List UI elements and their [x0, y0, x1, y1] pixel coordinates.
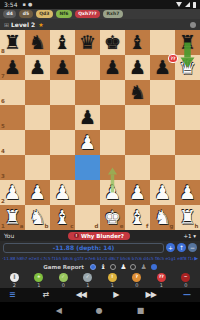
white-pawn-g2: ♟	[154, 183, 171, 202]
black-queen-d8: ♛	[79, 33, 96, 52]
white-bishop-f1: ♝	[129, 208, 146, 227]
best-moves-badge: ★1	[34, 273, 43, 288]
battery-icon	[193, 2, 196, 8]
report-option-radio[interactable]	[130, 264, 136, 270]
ok-moves-badge-icon: ✓	[83, 273, 92, 282]
square-d4[interactable]: ♟	[75, 130, 100, 155]
square-b1[interactable]: ♞b	[25, 205, 50, 230]
file-label-b: b	[45, 224, 49, 230]
evaluation-row: -11.88 (depth: 14) +↑−	[0, 241, 200, 254]
new-game-icon[interactable]: ⇄	[43, 291, 49, 299]
move-chip-qd3[interactable]: Qd3	[36, 10, 53, 17]
menu-icon[interactable]: ≡	[9, 291, 16, 299]
black-king-e8: ♚	[104, 33, 121, 52]
square-a3[interactable]: 3	[0, 155, 25, 180]
rank-label-7: 7	[1, 74, 5, 80]
file-label-g: g	[170, 224, 174, 230]
best-moves-badge-icon: ★	[34, 273, 43, 282]
move-counter-dropdown[interactable]: +1 ▾	[183, 233, 196, 239]
white-pawn-h2: ♟	[179, 183, 196, 202]
ok-moves-badge: ✓1	[83, 273, 92, 288]
square-d7[interactable]	[75, 55, 100, 80]
file-label-f: f	[146, 224, 148, 230]
square-d3[interactable]	[75, 155, 100, 180]
move-chips-row: d4d5Qd3Nf6Qxh7??Rxh7	[0, 9, 200, 19]
black-knight-b8: ♞	[29, 33, 46, 52]
report-option-radio[interactable]	[110, 264, 116, 270]
evaluation-box: -11.88 (depth: 14)	[3, 243, 164, 253]
rank-label-2: 2	[1, 199, 5, 205]
black-rook-a8: ♜	[4, 33, 21, 52]
gray-pawn-option-icon: ♟	[140, 264, 146, 271]
engine-level-label: Level 2	[11, 21, 35, 28]
square-g2[interactable]: ♟	[150, 180, 175, 205]
square-d8[interactable]: ♛	[75, 30, 100, 55]
board-grid-icon: ⊞	[4, 21, 9, 28]
missed-win-badge-icon: −	[181, 273, 190, 282]
square-a1[interactable]: ♜1a	[0, 205, 25, 230]
white-pawn-a2: ♟	[4, 183, 21, 202]
book-moves-badge-count: 2	[13, 283, 16, 288]
mistake-badge: ?0	[132, 273, 141, 288]
move-chip-nf6[interactable]: Nf6	[56, 10, 72, 17]
square-c3[interactable]	[50, 155, 75, 180]
book-moves-badge-icon: ‖	[10, 273, 19, 282]
square-a4[interactable]: 4	[0, 130, 25, 155]
report-option-selected-radio[interactable]	[90, 264, 96, 270]
white-pawn-b2: ♟	[29, 183, 46, 202]
square-d2[interactable]	[75, 180, 100, 205]
white-rook-h1: ♜	[179, 208, 196, 227]
rank-label-8: 8	[1, 49, 5, 55]
rank-label-6: 6	[1, 99, 5, 105]
pv-text: -11.88 h8h7 e2e3 c7c5 f1b5 b8c6 g1f3 e7e…	[2, 256, 193, 261]
engine-status-dot	[190, 22, 196, 28]
square-h7[interactable]: ♛	[175, 55, 200, 80]
square-b4[interactable]	[25, 130, 50, 155]
square-d6[interactable]	[75, 80, 100, 105]
square-g3[interactable]	[150, 155, 175, 180]
black-bishop-c8: ♝	[54, 33, 71, 52]
game-report-row: Game Report ♝♟♟	[0, 262, 200, 272]
black-pawn-f7: ♟	[129, 58, 146, 77]
white-pawn-c2: ♟	[54, 183, 71, 202]
ok-moves-badge-count: 1	[86, 283, 89, 288]
square-g1[interactable]: ♞g	[150, 205, 175, 230]
square-c4[interactable]	[50, 130, 75, 155]
black-pawn-c7: ♟	[54, 58, 71, 77]
square-e8[interactable]: ♚	[100, 30, 125, 55]
square-e3[interactable]	[100, 155, 125, 180]
square-c2[interactable]: ♟	[50, 180, 75, 205]
up-line-button[interactable]: ↑	[177, 243, 186, 252]
notification-dot-icon: ●	[28, 2, 32, 7]
square-f8[interactable]: ♝	[125, 30, 150, 55]
square-f3[interactable]	[125, 155, 150, 180]
move-chip-d4[interactable]: d4	[3, 10, 16, 17]
blunder-annotation-badge: ??	[168, 54, 178, 63]
good-moves-badge: ✓0	[59, 273, 68, 288]
remove-line-button[interactable]: −	[188, 243, 197, 252]
file-label-d: d	[95, 224, 99, 230]
wifi-icon	[176, 2, 182, 7]
square-b6[interactable]	[25, 80, 50, 105]
square-c6[interactable]	[50, 80, 75, 105]
inaccuracy-badge-count: 1	[111, 283, 114, 288]
blunder-badge-icon: ??	[157, 273, 166, 282]
square-a5[interactable]: 5	[0, 105, 25, 130]
move-chip-d5[interactable]: d5	[19, 10, 32, 17]
rewind-icon[interactable]: ◀◀	[76, 291, 86, 299]
move-class-badges-row: ‖2★1✓0✓1!1?0??1−0	[0, 272, 200, 288]
black-pawn-d5: ♟	[79, 108, 96, 127]
square-h8[interactable]: ♜	[175, 30, 200, 55]
file-label-c: c	[70, 224, 73, 230]
square-h1[interactable]: ♜h	[175, 205, 200, 230]
rank-label-5: 5	[1, 124, 5, 130]
file-label-e: e	[120, 224, 124, 230]
square-c7[interactable]: ♟	[50, 55, 75, 80]
hide-panel-icon[interactable]: —	[183, 291, 191, 299]
square-e1[interactable]: ♚e	[100, 205, 125, 230]
square-h3[interactable]	[175, 155, 200, 180]
square-g8[interactable]	[150, 30, 175, 55]
square-a7[interactable]: ♟7	[0, 55, 25, 80]
square-e5[interactable]	[100, 105, 125, 130]
app-window: 3:54 ▪ ● d4d5Qd3Nf6Qxh7??Rxh7 ⊞ Level 2 …	[0, 0, 200, 320]
square-c5[interactable]	[50, 105, 75, 130]
square-b8[interactable]: ♞	[25, 30, 50, 55]
pawn-option-icon: ♟	[120, 264, 126, 271]
mistake-badge-icon: ?	[132, 273, 141, 282]
white-pawn-f2: ♟	[129, 183, 146, 202]
chess-board-area: ♜8♞♝♛♚♝♜♟7♟♟♟♟♟♛6♞5♟4♟3♟2♟♟♟♟♟♟♜1a♞b♝cd♚…	[0, 30, 200, 230]
white-king-e1: ♚	[104, 208, 121, 227]
black-pawn-e7: ♟	[104, 58, 121, 77]
back-button[interactable]: ◀	[56, 307, 62, 315]
white-pawn-e2: ♟	[104, 183, 121, 202]
square-c8[interactable]: ♝	[50, 30, 75, 55]
why-blunder-button[interactable]: ! Why Blunder?	[68, 232, 130, 240]
black-pawn-a7: ♟	[4, 58, 21, 77]
game-report-label: Game Report	[43, 264, 84, 270]
app-toolbar: ≡⇄◀◀▶▶▶—	[0, 288, 200, 302]
blunder-badge: ??1	[157, 273, 166, 288]
square-h2[interactable]: ♟	[175, 180, 200, 205]
square-a2[interactable]: ♟2	[0, 180, 25, 205]
square-b5[interactable]	[25, 105, 50, 130]
square-g4[interactable]	[150, 130, 175, 155]
signal-icon	[185, 2, 190, 7]
missed-win-badge: −0	[181, 273, 190, 288]
move-chip-rxh7[interactable]: Rxh7	[103, 10, 123, 17]
black-rook-h8: ♜	[179, 33, 196, 52]
add-line-button[interactable]: +	[166, 243, 175, 252]
missed-win-badge-count: 0	[184, 283, 187, 288]
square-d1[interactable]: d	[75, 205, 100, 230]
fast-forward-icon[interactable]: ▶▶	[146, 291, 156, 299]
engine-row: ⊞ Level 2 ★	[0, 19, 200, 30]
file-label-a: a	[20, 224, 24, 230]
good-moves-badge-icon: ✓	[59, 273, 68, 282]
file-label-h: h	[195, 224, 199, 230]
square-f6[interactable]: ♞	[125, 80, 150, 105]
square-f5[interactable]	[125, 105, 150, 130]
pv-expand-icon[interactable]: ▶	[194, 255, 198, 261]
white-knight-b1: ♞	[29, 208, 46, 227]
status-time: 3:54	[4, 1, 17, 8]
home-button[interactable]: ●	[96, 307, 103, 315]
blunder-badge-count: 1	[160, 283, 163, 288]
recents-button[interactable]: ■	[137, 307, 145, 315]
black-knight-f6: ♞	[129, 83, 146, 102]
white-queen-h7: ♛	[179, 58, 196, 77]
play-icon[interactable]: ▶	[113, 291, 118, 299]
white-pawn-d4: ♟	[79, 133, 96, 152]
square-c1[interactable]: ♝c	[50, 205, 75, 230]
black-bishop-f8: ♝	[129, 33, 146, 52]
white-knight-g1: ♞	[154, 208, 171, 227]
square-e6[interactable]	[100, 80, 125, 105]
exclamation-icon: !	[74, 233, 79, 238]
square-f7[interactable]: ♟	[125, 55, 150, 80]
pv-row: -11.88 h8h7 e2e3 c7c5 f1b5 b8c6 g1f3 e7e…	[0, 254, 200, 262]
mistake-badge-count: 0	[135, 283, 138, 288]
white-piece-option-icon: ♝	[100, 264, 106, 271]
notification-icon: ▪	[22, 2, 25, 7]
player-row: You ! Why Blunder? +1 ▾	[0, 230, 200, 241]
square-e7[interactable]: ♟	[100, 55, 125, 80]
why-blunder-label: Why Blunder?	[81, 233, 124, 239]
square-f4[interactable]	[125, 130, 150, 155]
square-f2[interactable]: ♟	[125, 180, 150, 205]
rank-label-1: 1	[1, 224, 5, 230]
status-bar: 3:54 ▪ ●	[0, 0, 200, 9]
square-g5[interactable]	[150, 105, 175, 130]
trophy-icon: ★	[38, 21, 43, 28]
black-pawn-b7: ♟	[29, 58, 46, 77]
book-moves-badge: ‖2	[10, 273, 19, 288]
player-name: You	[4, 232, 14, 239]
square-h6[interactable]	[175, 80, 200, 105]
android-navbar: ◀ ● ■	[0, 302, 200, 320]
inaccuracy-badge-icon: !	[108, 273, 117, 282]
square-e4[interactable]	[100, 130, 125, 155]
square-e2[interactable]: ♟	[100, 180, 125, 205]
move-chip-qxh7[interactable]: Qxh7??	[75, 10, 100, 17]
square-b7[interactable]: ♟	[25, 55, 50, 80]
square-d5[interactable]: ♟	[75, 105, 100, 130]
square-h5[interactable]	[175, 105, 200, 130]
square-f1[interactable]: ♝f	[125, 205, 150, 230]
best-moves-badge-count: 1	[37, 283, 40, 288]
analyze-dot-icon[interactable]	[151, 264, 157, 270]
square-b2[interactable]: ♟	[25, 180, 50, 205]
square-b3[interactable]	[25, 155, 50, 180]
white-bishop-c1: ♝	[54, 208, 71, 227]
good-moves-badge-count: 0	[62, 283, 65, 288]
rank-label-3: 3	[1, 174, 5, 180]
square-g6[interactable]	[150, 80, 175, 105]
white-rook-a1: ♜	[4, 208, 21, 227]
square-a6[interactable]: 6	[0, 80, 25, 105]
square-a8[interactable]: ♜8	[0, 30, 25, 55]
rank-label-4: 4	[1, 149, 5, 155]
inaccuracy-badge: !1	[108, 273, 117, 288]
square-h4[interactable]	[175, 130, 200, 155]
